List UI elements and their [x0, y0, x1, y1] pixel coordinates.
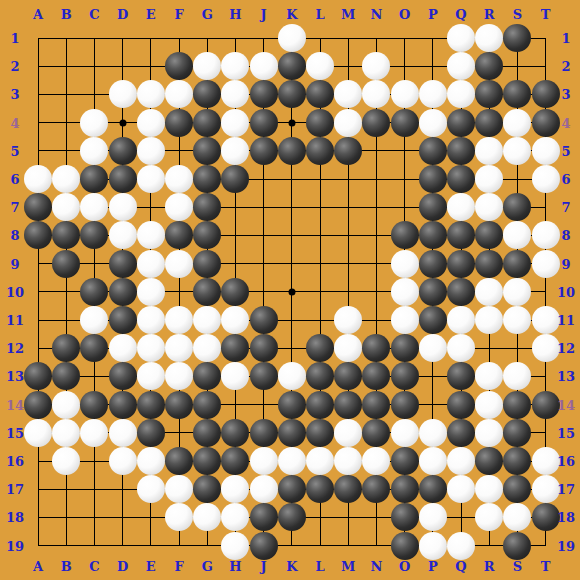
- stone-black: [503, 80, 531, 108]
- stone-black: [447, 278, 475, 306]
- stone-white: [80, 419, 108, 447]
- stone-black: [419, 475, 447, 503]
- stone-white: [503, 362, 531, 390]
- stone-white: [362, 447, 390, 475]
- stone-white: [447, 532, 475, 560]
- stone-white: [165, 334, 193, 362]
- stone-white: [419, 334, 447, 362]
- stone-white: [447, 447, 475, 475]
- stone-white: [137, 362, 165, 390]
- stone-black: [80, 278, 108, 306]
- stone-white: [532, 221, 560, 249]
- stone-white: [221, 80, 249, 108]
- stone-white: [137, 250, 165, 278]
- stone-black: [137, 391, 165, 419]
- row-label-right: 4: [561, 116, 570, 129]
- stone-black: [109, 306, 137, 334]
- row-label-right: 17: [557, 483, 575, 496]
- stone-white: [532, 165, 560, 193]
- stone-black: [306, 475, 334, 503]
- stone-white: [80, 109, 108, 137]
- stone-white: [193, 503, 221, 531]
- row-label-right: 1: [561, 32, 570, 45]
- stone-white: [221, 306, 249, 334]
- stone-white: [447, 52, 475, 80]
- stone-black: [391, 109, 419, 137]
- column-label-bottom: J: [261, 560, 267, 573]
- column-label-top: D: [117, 8, 128, 21]
- stone-white: [137, 80, 165, 108]
- column-label-bottom: A: [33, 560, 43, 573]
- stone-black: [221, 419, 249, 447]
- stone-black: [109, 362, 137, 390]
- stone-white: [532, 137, 560, 165]
- stone-white: [278, 362, 306, 390]
- stone-white: [137, 334, 165, 362]
- stone-white: [334, 80, 362, 108]
- stone-black: [193, 419, 221, 447]
- stone-black: [391, 503, 419, 531]
- stone-black: [447, 109, 475, 137]
- column-label-top: P: [428, 8, 438, 21]
- stone-white: [475, 24, 503, 52]
- stone-white: [52, 447, 80, 475]
- row-label-left: 15: [6, 426, 24, 439]
- stone-black: [362, 362, 390, 390]
- column-label-bottom: R: [484, 560, 495, 573]
- stone-white: [250, 52, 278, 80]
- column-label-bottom: P: [428, 560, 438, 573]
- column-label-bottom: G: [202, 560, 213, 573]
- stone-white: [391, 80, 419, 108]
- stone-black: [475, 250, 503, 278]
- go-board[interactable]: AABBCCDDEEFFGGHHJJKKLLMMNNOOPPQQRRSSTT11…: [0, 0, 580, 580]
- stone-white: [475, 193, 503, 221]
- column-label-bottom: B: [61, 560, 72, 573]
- stone-white: [391, 250, 419, 278]
- stone-white: [419, 447, 447, 475]
- row-label-right: 3: [561, 88, 570, 101]
- stone-black: [278, 52, 306, 80]
- row-label-left: 14: [6, 398, 24, 411]
- stone-black: [52, 362, 80, 390]
- stone-black: [334, 137, 362, 165]
- column-label-bottom: S: [513, 560, 522, 573]
- column-label-top: N: [370, 8, 382, 21]
- row-label-right: 5: [561, 144, 570, 157]
- stone-white: [362, 52, 390, 80]
- stone-white: [532, 334, 560, 362]
- row-label-left: 6: [10, 173, 19, 186]
- stone-black: [334, 475, 362, 503]
- column-label-top: F: [174, 8, 183, 21]
- stone-white: [532, 306, 560, 334]
- stone-white: [334, 306, 362, 334]
- stone-black: [475, 52, 503, 80]
- stone-black: [193, 391, 221, 419]
- stone-black: [193, 278, 221, 306]
- stone-black: [221, 447, 249, 475]
- stone-black: [109, 278, 137, 306]
- stone-white: [475, 362, 503, 390]
- stone-white: [475, 165, 503, 193]
- star-point: [288, 288, 295, 295]
- row-label-right: 6: [561, 173, 570, 186]
- stone-black: [362, 475, 390, 503]
- row-label-left: 9: [10, 257, 19, 270]
- stone-white: [250, 447, 278, 475]
- column-label-bottom: F: [174, 560, 183, 573]
- stone-white: [221, 362, 249, 390]
- stone-white: [137, 109, 165, 137]
- stone-white: [447, 193, 475, 221]
- stone-black: [334, 362, 362, 390]
- stone-white: [475, 503, 503, 531]
- stone-white: [475, 306, 503, 334]
- stone-black: [24, 193, 52, 221]
- stone-black: [532, 503, 560, 531]
- stone-white: [52, 391, 80, 419]
- stone-black: [250, 334, 278, 362]
- stone-white: [193, 334, 221, 362]
- stone-black: [193, 165, 221, 193]
- stone-white: [447, 475, 475, 503]
- stone-black: [306, 80, 334, 108]
- row-label-right: 2: [561, 60, 570, 73]
- stone-white: [165, 306, 193, 334]
- stone-white: [532, 475, 560, 503]
- stone-black: [109, 250, 137, 278]
- stone-black: [362, 391, 390, 419]
- stone-black: [475, 221, 503, 249]
- stone-white: [447, 334, 475, 362]
- stone-white: [334, 334, 362, 362]
- stone-white: [503, 278, 531, 306]
- column-label-top: S: [513, 8, 522, 21]
- stone-white: [250, 475, 278, 503]
- stone-black: [475, 447, 503, 475]
- stone-black: [419, 193, 447, 221]
- row-label-right: 12: [557, 342, 575, 355]
- row-label-right: 15: [557, 426, 575, 439]
- stone-white: [165, 362, 193, 390]
- stone-black: [193, 221, 221, 249]
- stone-black: [391, 532, 419, 560]
- stone-white: [165, 193, 193, 221]
- stone-white: [24, 419, 52, 447]
- stone-black: [419, 278, 447, 306]
- stone-white: [334, 447, 362, 475]
- stone-black: [447, 362, 475, 390]
- stone-black: [24, 221, 52, 249]
- stone-black: [24, 362, 52, 390]
- star-point: [119, 119, 126, 126]
- stone-black: [503, 419, 531, 447]
- column-label-top: O: [399, 8, 410, 21]
- stone-black: [278, 419, 306, 447]
- stone-black: [419, 221, 447, 249]
- column-label-bottom: L: [315, 560, 324, 573]
- stone-black: [250, 419, 278, 447]
- stone-white: [419, 109, 447, 137]
- stone-white: [503, 221, 531, 249]
- stone-white: [447, 24, 475, 52]
- stone-white: [475, 137, 503, 165]
- stone-black: [362, 109, 390, 137]
- stone-white: [419, 80, 447, 108]
- stone-white: [475, 278, 503, 306]
- stone-white: [137, 137, 165, 165]
- stone-black: [334, 391, 362, 419]
- stone-white: [109, 221, 137, 249]
- column-label-top: J: [261, 8, 267, 21]
- row-label-left: 2: [10, 60, 19, 73]
- column-label-top: A: [33, 8, 43, 21]
- stone-white: [165, 165, 193, 193]
- stone-black: [419, 250, 447, 278]
- column-label-bottom: H: [229, 560, 241, 573]
- stone-white: [137, 447, 165, 475]
- stone-white: [278, 447, 306, 475]
- column-label-top: R: [484, 8, 495, 21]
- stone-white: [475, 391, 503, 419]
- stone-black: [250, 306, 278, 334]
- stone-white: [165, 80, 193, 108]
- row-label-right: 16: [557, 455, 575, 468]
- stone-black: [306, 334, 334, 362]
- stone-black: [109, 391, 137, 419]
- stone-black: [391, 391, 419, 419]
- row-label-right: 11: [557, 314, 575, 327]
- stone-white: [165, 475, 193, 503]
- stone-white: [391, 278, 419, 306]
- stone-black: [447, 391, 475, 419]
- row-label-left: 1: [10, 32, 19, 45]
- star-point: [288, 119, 295, 126]
- stone-white: [109, 419, 137, 447]
- column-label-top: H: [229, 8, 241, 21]
- stone-white: [137, 165, 165, 193]
- stone-white: [221, 475, 249, 503]
- stone-black: [447, 221, 475, 249]
- stone-white: [137, 475, 165, 503]
- stone-black: [250, 362, 278, 390]
- row-label-right: 13: [557, 370, 575, 383]
- row-label-left: 11: [6, 314, 24, 327]
- stone-black: [391, 447, 419, 475]
- stone-white: [221, 109, 249, 137]
- stone-black: [306, 137, 334, 165]
- row-label-left: 3: [10, 88, 19, 101]
- stone-white: [503, 503, 531, 531]
- stone-white: [109, 334, 137, 362]
- column-label-top: Q: [455, 8, 466, 21]
- row-label-left: 13: [6, 370, 24, 383]
- stone-white: [137, 278, 165, 306]
- column-label-bottom: M: [341, 560, 355, 573]
- stone-black: [193, 80, 221, 108]
- row-label-left: 12: [6, 342, 24, 355]
- column-label-top: M: [341, 8, 355, 21]
- stone-black: [503, 532, 531, 560]
- stone-black: [109, 137, 137, 165]
- column-label-bottom: E: [146, 560, 156, 573]
- column-label-top: E: [146, 8, 156, 21]
- stone-black: [165, 391, 193, 419]
- row-label-left: 16: [6, 455, 24, 468]
- row-label-left: 10: [6, 285, 24, 298]
- stone-black: [250, 503, 278, 531]
- row-label-right: 14: [557, 398, 575, 411]
- column-label-top: T: [541, 8, 551, 21]
- stone-black: [193, 109, 221, 137]
- stone-black: [503, 193, 531, 221]
- stone-black: [391, 221, 419, 249]
- stone-black: [503, 250, 531, 278]
- stone-white: [278, 24, 306, 52]
- column-label-top: K: [286, 8, 297, 21]
- row-label-left: 8: [10, 229, 19, 242]
- stone-white: [532, 447, 560, 475]
- stone-white: [419, 532, 447, 560]
- stone-black: [278, 503, 306, 531]
- stone-white: [193, 306, 221, 334]
- stone-white: [24, 165, 52, 193]
- stone-black: [306, 391, 334, 419]
- stone-white: [391, 306, 419, 334]
- stone-black: [503, 447, 531, 475]
- stone-black: [503, 475, 531, 503]
- stone-black: [52, 250, 80, 278]
- stone-black: [447, 419, 475, 447]
- stone-black: [221, 334, 249, 362]
- stone-black: [306, 419, 334, 447]
- stone-black: [52, 334, 80, 362]
- stone-white: [221, 503, 249, 531]
- stone-white: [334, 109, 362, 137]
- stone-black: [362, 419, 390, 447]
- row-label-right: 18: [557, 511, 575, 524]
- stone-white: [221, 137, 249, 165]
- stone-black: [80, 221, 108, 249]
- stone-black: [419, 306, 447, 334]
- stone-black: [193, 193, 221, 221]
- stone-white: [137, 221, 165, 249]
- row-label-right: 10: [557, 285, 575, 298]
- stone-black: [193, 362, 221, 390]
- stone-white: [109, 80, 137, 108]
- stone-black: [221, 165, 249, 193]
- stone-white: [137, 306, 165, 334]
- stone-black: [250, 109, 278, 137]
- column-label-bottom: C: [89, 560, 99, 573]
- stone-white: [503, 109, 531, 137]
- stone-black: [24, 391, 52, 419]
- stone-black: [221, 278, 249, 306]
- stone-white: [419, 503, 447, 531]
- stone-white: [52, 193, 80, 221]
- stone-white: [306, 447, 334, 475]
- stone-white: [334, 419, 362, 447]
- row-label-left: 19: [6, 539, 24, 552]
- column-label-top: B: [61, 8, 72, 21]
- stone-black: [503, 391, 531, 419]
- stone-black: [447, 137, 475, 165]
- stone-black: [475, 80, 503, 108]
- column-label-top: C: [89, 8, 99, 21]
- stone-black: [532, 80, 560, 108]
- stone-white: [193, 52, 221, 80]
- stone-white: [503, 137, 531, 165]
- stone-black: [419, 137, 447, 165]
- stone-black: [419, 165, 447, 193]
- stone-black: [278, 80, 306, 108]
- stone-white: [447, 80, 475, 108]
- row-label-left: 7: [10, 201, 19, 214]
- stone-white: [532, 250, 560, 278]
- stone-black: [475, 109, 503, 137]
- stone-black: [80, 165, 108, 193]
- stone-white: [306, 52, 334, 80]
- column-label-bottom: T: [541, 560, 551, 573]
- stone-black: [250, 80, 278, 108]
- column-label-bottom: O: [399, 560, 410, 573]
- stone-black: [503, 24, 531, 52]
- stone-white: [80, 137, 108, 165]
- stone-white: [165, 250, 193, 278]
- stone-black: [362, 334, 390, 362]
- row-label-left: 5: [10, 144, 19, 157]
- column-label-bottom: K: [286, 560, 297, 573]
- stone-white: [503, 306, 531, 334]
- stone-black: [165, 447, 193, 475]
- stone-black: [278, 391, 306, 419]
- column-label-top: G: [202, 8, 213, 21]
- column-label-bottom: N: [370, 560, 382, 573]
- row-label-right: 7: [561, 201, 570, 214]
- stone-white: [221, 52, 249, 80]
- row-label-left: 18: [6, 511, 24, 524]
- stone-black: [278, 137, 306, 165]
- column-label-bottom: Q: [455, 560, 466, 573]
- stone-black: [447, 165, 475, 193]
- column-label-bottom: D: [117, 560, 128, 573]
- stone-black: [165, 109, 193, 137]
- column-label-top: L: [315, 8, 324, 21]
- stone-white: [221, 532, 249, 560]
- stone-black: [165, 221, 193, 249]
- stone-black: [193, 137, 221, 165]
- stone-black: [193, 447, 221, 475]
- row-label-left: 17: [6, 483, 24, 496]
- stone-white: [391, 419, 419, 447]
- stone-black: [193, 250, 221, 278]
- stone-black: [193, 475, 221, 503]
- stone-black: [250, 137, 278, 165]
- stone-black: [80, 391, 108, 419]
- row-label-right: 8: [561, 229, 570, 242]
- stone-white: [52, 165, 80, 193]
- row-label-right: 9: [561, 257, 570, 270]
- stone-black: [250, 532, 278, 560]
- stone-white: [475, 419, 503, 447]
- stone-black: [391, 334, 419, 362]
- stone-black: [391, 475, 419, 503]
- stone-black: [306, 362, 334, 390]
- stone-black: [137, 419, 165, 447]
- stone-white: [419, 419, 447, 447]
- stone-white: [80, 306, 108, 334]
